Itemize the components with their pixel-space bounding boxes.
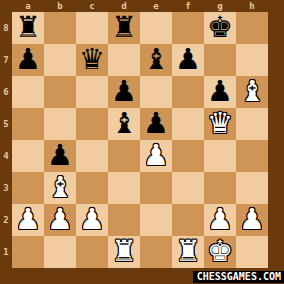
square-d5[interactable]: ♝ xyxy=(108,108,140,140)
square-b8[interactable] xyxy=(44,12,76,44)
square-c6[interactable] xyxy=(76,76,108,108)
square-h8[interactable] xyxy=(236,12,268,44)
square-g1[interactable]: ♚ xyxy=(204,236,236,268)
square-f3[interactable] xyxy=(172,172,204,204)
square-h3[interactable] xyxy=(236,172,268,204)
rank-label-8: 8 xyxy=(0,12,12,44)
black-pawn-icon: ♟ xyxy=(204,76,236,108)
board: ♜♜♚♟♛♝♟♟♟♝♝♟♛♟♟♝♟♟♟♟♟♜♜♚ xyxy=(12,12,268,268)
square-d6[interactable]: ♟ xyxy=(108,76,140,108)
square-b7[interactable] xyxy=(44,44,76,76)
black-bishop-icon: ♝ xyxy=(108,108,140,140)
square-b2[interactable]: ♟ xyxy=(44,204,76,236)
square-c3[interactable] xyxy=(76,172,108,204)
square-b5[interactable] xyxy=(44,108,76,140)
square-a5[interactable] xyxy=(12,108,44,140)
rank-label-2: 2 xyxy=(0,204,12,236)
square-f7[interactable]: ♟ xyxy=(172,44,204,76)
square-f8[interactable] xyxy=(172,12,204,44)
square-c1[interactable] xyxy=(76,236,108,268)
white-pawn-icon: ♟ xyxy=(236,204,268,236)
white-rook-icon: ♜ xyxy=(108,236,140,268)
square-g5[interactable]: ♛ xyxy=(204,108,236,140)
rank-label-1: 1 xyxy=(0,236,12,268)
rank-label-4: 4 xyxy=(0,140,12,172)
square-h7[interactable] xyxy=(236,44,268,76)
black-pawn-icon: ♟ xyxy=(108,76,140,108)
square-e4[interactable]: ♟ xyxy=(140,140,172,172)
square-a8[interactable]: ♜ xyxy=(12,12,44,44)
square-d7[interactable] xyxy=(108,44,140,76)
square-g7[interactable] xyxy=(204,44,236,76)
black-rook-icon: ♜ xyxy=(12,12,44,44)
rank-labels: 87654321 xyxy=(0,12,12,268)
square-h5[interactable] xyxy=(236,108,268,140)
square-e2[interactable] xyxy=(140,204,172,236)
square-b6[interactable] xyxy=(44,76,76,108)
square-f6[interactable] xyxy=(172,76,204,108)
square-g2[interactable]: ♟ xyxy=(204,204,236,236)
square-e3[interactable] xyxy=(140,172,172,204)
square-b4[interactable]: ♟ xyxy=(44,140,76,172)
square-c5[interactable] xyxy=(76,108,108,140)
square-d4[interactable] xyxy=(108,140,140,172)
black-bishop-icon: ♝ xyxy=(140,44,172,76)
rank-label-6: 6 xyxy=(0,76,12,108)
square-e7[interactable]: ♝ xyxy=(140,44,172,76)
white-rook-icon: ♜ xyxy=(172,236,204,268)
black-pawn-icon: ♟ xyxy=(44,140,76,172)
rank-label-3: 3 xyxy=(0,172,12,204)
square-g3[interactable] xyxy=(204,172,236,204)
square-h4[interactable] xyxy=(236,140,268,172)
file-label-f: f xyxy=(172,0,204,12)
chessgames-watermark: CHESSGAMES.COM xyxy=(193,271,284,283)
square-d2[interactable] xyxy=(108,204,140,236)
square-f5[interactable] xyxy=(172,108,204,140)
square-a4[interactable] xyxy=(12,140,44,172)
white-king-icon: ♚ xyxy=(204,236,236,268)
black-pawn-icon: ♟ xyxy=(140,108,172,140)
square-a3[interactable] xyxy=(12,172,44,204)
square-a2[interactable]: ♟ xyxy=(12,204,44,236)
black-queen-icon: ♛ xyxy=(76,44,108,76)
square-f2[interactable] xyxy=(172,204,204,236)
white-pawn-icon: ♟ xyxy=(140,140,172,172)
square-e5[interactable]: ♟ xyxy=(140,108,172,140)
square-c4[interactable] xyxy=(76,140,108,172)
square-e8[interactable] xyxy=(140,12,172,44)
rank-label-7: 7 xyxy=(0,44,12,76)
square-d3[interactable] xyxy=(108,172,140,204)
square-b1[interactable] xyxy=(44,236,76,268)
white-bishop-icon: ♝ xyxy=(44,172,76,204)
rank-label-5: 5 xyxy=(0,108,12,140)
black-king-icon: ♚ xyxy=(204,12,236,44)
white-queen-icon: ♛ xyxy=(204,108,236,140)
square-a6[interactable] xyxy=(12,76,44,108)
square-f1[interactable]: ♜ xyxy=(172,236,204,268)
square-g4[interactable] xyxy=(204,140,236,172)
square-d1[interactable]: ♜ xyxy=(108,236,140,268)
black-rook-icon: ♜ xyxy=(108,12,140,44)
file-label-h: h xyxy=(236,0,268,12)
square-c8[interactable] xyxy=(76,12,108,44)
square-g8[interactable]: ♚ xyxy=(204,12,236,44)
black-pawn-icon: ♟ xyxy=(12,44,44,76)
white-pawn-icon: ♟ xyxy=(44,204,76,236)
white-pawn-icon: ♟ xyxy=(12,204,44,236)
black-pawn-icon: ♟ xyxy=(172,44,204,76)
square-h1[interactable] xyxy=(236,236,268,268)
square-a1[interactable] xyxy=(12,236,44,268)
file-label-c: c xyxy=(76,0,108,12)
white-pawn-icon: ♟ xyxy=(204,204,236,236)
square-c2[interactable]: ♟ xyxy=(76,204,108,236)
square-g6[interactable]: ♟ xyxy=(204,76,236,108)
square-c7[interactable]: ♛ xyxy=(76,44,108,76)
white-bishop-icon: ♝ xyxy=(236,76,268,108)
square-e6[interactable] xyxy=(140,76,172,108)
square-h2[interactable]: ♟ xyxy=(236,204,268,236)
file-label-e: e xyxy=(140,0,172,12)
square-b3[interactable]: ♝ xyxy=(44,172,76,204)
square-f4[interactable] xyxy=(172,140,204,172)
chess-diagram: abcdefgh 87654321 ♜♜♚♟♛♝♟♟♟♝♝♟♛♟♟♝♟♟♟♟♟♜… xyxy=(0,0,284,284)
white-pawn-icon: ♟ xyxy=(76,204,108,236)
square-d8[interactable]: ♜ xyxy=(108,12,140,44)
file-label-b: b xyxy=(44,0,76,12)
square-h6[interactable]: ♝ xyxy=(236,76,268,108)
square-e1[interactable] xyxy=(140,236,172,268)
square-a7[interactable]: ♟ xyxy=(12,44,44,76)
